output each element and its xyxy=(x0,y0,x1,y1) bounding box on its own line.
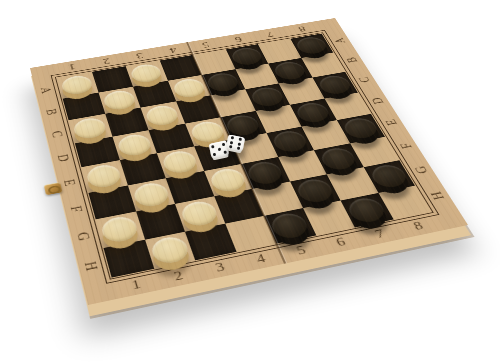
die-pip xyxy=(230,141,234,145)
die-pip xyxy=(229,145,233,149)
die-pip xyxy=(231,136,235,140)
die-pip xyxy=(237,146,241,150)
die-pip xyxy=(213,153,217,157)
die-right-showing-6[interactable] xyxy=(226,135,245,152)
die-pip xyxy=(211,145,215,149)
die-pip xyxy=(217,148,221,152)
dice-group[interactable] xyxy=(208,135,254,167)
die-pip xyxy=(238,138,242,142)
die-pip xyxy=(221,143,225,147)
die-pip xyxy=(223,151,227,155)
brass-clasp xyxy=(44,182,63,195)
product-photo-scene: 1122334455667788AABBCCDDEEFFGGHH xyxy=(0,0,500,364)
die-pip xyxy=(237,142,241,146)
